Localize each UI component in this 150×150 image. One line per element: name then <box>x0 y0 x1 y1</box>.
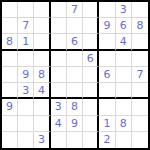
cell-r9c3[interactable]: 3 <box>34 132 50 148</box>
cell-r1c4[interactable] <box>51 2 67 18</box>
cell-r7c4[interactable]: 3 <box>51 99 67 115</box>
cell-r7c3[interactable] <box>34 99 50 115</box>
cell-r1c9[interactable] <box>132 2 148 18</box>
cell-r5c6[interactable] <box>83 67 99 83</box>
cell-r7c8[interactable] <box>116 99 132 115</box>
cell-r3c8[interactable]: 4 <box>116 34 132 50</box>
cell-r8c6[interactable] <box>83 116 99 132</box>
cell-r8c2[interactable] <box>18 116 34 132</box>
cell-r8c4[interactable]: 4 <box>51 116 67 132</box>
cell-r1c2[interactable] <box>18 2 34 18</box>
cell-r6c6[interactable] <box>83 83 99 99</box>
cell-r7c2[interactable] <box>18 99 34 115</box>
cell-r3c7[interactable] <box>99 34 115 50</box>
cell-r9c1[interactable] <box>2 132 18 148</box>
cell-r5c1[interactable] <box>2 67 18 83</box>
cell-r2c3[interactable] <box>34 18 50 34</box>
cell-r3c9[interactable] <box>132 34 148 50</box>
cell-r1c3[interactable] <box>34 2 50 18</box>
cell-r3c2[interactable]: 1 <box>18 34 34 50</box>
cell-r9c6[interactable] <box>83 132 99 148</box>
cell-r8c8[interactable]: 8 <box>116 116 132 132</box>
cell-r5c8[interactable] <box>116 67 132 83</box>
cell-r3c3[interactable] <box>34 34 50 50</box>
cell-r4c8[interactable] <box>116 51 132 67</box>
cell-r6c9[interactable] <box>132 83 148 99</box>
cell-r6c3[interactable]: 4 <box>34 83 50 99</box>
cell-r7c6[interactable] <box>83 99 99 115</box>
cell-r7c9[interactable] <box>132 99 148 115</box>
cell-r4c9[interactable] <box>132 51 148 67</box>
cell-r3c4[interactable] <box>51 34 67 50</box>
cell-r8c7[interactable]: 1 <box>99 116 115 132</box>
cell-r4c3[interactable] <box>34 51 50 67</box>
cell-r4c6[interactable]: 6 <box>83 51 99 67</box>
cell-r8c1[interactable] <box>2 116 18 132</box>
cell-r1c6[interactable] <box>83 2 99 18</box>
cell-r2c6[interactable] <box>83 18 99 34</box>
cell-r8c5[interactable]: 9 <box>67 116 83 132</box>
cell-r7c1[interactable]: 9 <box>2 99 18 115</box>
cell-r2c5[interactable] <box>67 18 83 34</box>
cell-r6c8[interactable] <box>116 83 132 99</box>
cell-r2c4[interactable] <box>51 18 67 34</box>
cell-r6c2[interactable]: 3 <box>18 83 34 99</box>
cell-r9c7[interactable]: 2 <box>99 132 115 148</box>
cell-r4c7[interactable] <box>99 51 115 67</box>
cell-r6c7[interactable] <box>99 83 115 99</box>
cell-r5c5[interactable] <box>67 67 83 83</box>
cell-r9c2[interactable] <box>18 132 34 148</box>
cell-r3c6[interactable] <box>83 34 99 50</box>
cell-r8c9[interactable] <box>132 116 148 132</box>
cell-r1c1[interactable] <box>2 2 18 18</box>
cell-r2c8[interactable]: 6 <box>116 18 132 34</box>
cell-r5c9[interactable]: 7 <box>132 67 148 83</box>
cell-r5c3[interactable]: 8 <box>34 67 50 83</box>
cell-r2c2[interactable]: 7 <box>18 18 34 34</box>
cell-r5c2[interactable]: 9 <box>18 67 34 83</box>
cell-r4c2[interactable] <box>18 51 34 67</box>
cell-r5c4[interactable] <box>51 67 67 83</box>
cell-r2c1[interactable] <box>2 18 18 34</box>
cell-r4c1[interactable] <box>2 51 18 67</box>
cell-r3c1[interactable]: 8 <box>2 34 18 50</box>
cell-r5c7[interactable]: 6 <box>99 67 115 83</box>
cell-r3c5[interactable]: 6 <box>67 34 83 50</box>
cell-r7c5[interactable]: 8 <box>67 99 83 115</box>
cell-r2c9[interactable]: 8 <box>132 18 148 34</box>
cell-r7c7[interactable] <box>99 99 115 115</box>
cell-r1c8[interactable]: 3 <box>116 2 132 18</box>
cell-r1c7[interactable] <box>99 2 115 18</box>
cell-r9c5[interactable] <box>67 132 83 148</box>
cell-r4c4[interactable] <box>51 51 67 67</box>
cell-r9c8[interactable] <box>116 132 132 148</box>
cell-r8c3[interactable] <box>34 116 50 132</box>
sudoku-board: 73796881646986734938491832 <box>0 0 150 150</box>
cell-r9c4[interactable] <box>51 132 67 148</box>
cell-r6c4[interactable] <box>51 83 67 99</box>
cell-r9c9[interactable] <box>132 132 148 148</box>
cell-r6c5[interactable] <box>67 83 83 99</box>
cell-r2c7[interactable]: 9 <box>99 18 115 34</box>
cell-r6c1[interactable] <box>2 83 18 99</box>
cell-r4c5[interactable] <box>67 51 83 67</box>
cell-r1c5[interactable]: 7 <box>67 2 83 18</box>
